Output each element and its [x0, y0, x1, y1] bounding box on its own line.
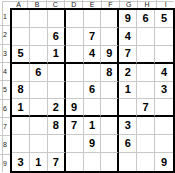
cell-H8[interactable]: [137, 135, 155, 153]
cell-B1[interactable]: [30, 10, 48, 28]
cell-B8[interactable]: [30, 135, 48, 153]
cell-A5[interactable]: 8: [12, 82, 30, 100]
cell-G1[interactable]: 9: [119, 10, 137, 28]
cell-B9[interactable]: 1: [30, 153, 48, 171]
cell-C1[interactable]: [48, 10, 66, 28]
cell-I8[interactable]: [155, 135, 173, 153]
cell-H6[interactable]: 7: [137, 99, 155, 117]
cell-B6[interactable]: [30, 99, 48, 117]
column-headers: ABCDEFGHI: [10, 0, 175, 8]
cell-D9[interactable]: [66, 153, 84, 171]
cell-E7[interactable]: 1: [84, 117, 102, 135]
cell-H1[interactable]: 6: [137, 10, 155, 28]
column-header-G: G: [120, 0, 138, 8]
cell-H7[interactable]: [137, 117, 155, 135]
cell-F7[interactable]: [101, 117, 119, 135]
cell-G4[interactable]: 2: [119, 64, 137, 82]
cell-D6[interactable]: 9: [66, 99, 84, 117]
cell-A7[interactable]: [12, 117, 30, 135]
cell-C4[interactable]: [48, 64, 66, 82]
cell-A4[interactable]: [12, 64, 30, 82]
column-header-F: F: [102, 0, 120, 8]
cell-F2[interactable]: [101, 28, 119, 46]
row-header-3: 3: [0, 45, 10, 63]
cell-A2[interactable]: [12, 28, 30, 46]
cell-E9[interactable]: [84, 153, 102, 171]
cell-C5[interactable]: [48, 82, 66, 100]
cell-G6[interactable]: [119, 99, 137, 117]
cell-H4[interactable]: [137, 64, 155, 82]
cell-C8[interactable]: [48, 135, 66, 153]
cell-F6[interactable]: [101, 99, 119, 117]
cell-I3[interactable]: [155, 46, 173, 64]
cell-D5[interactable]: [66, 82, 84, 100]
cell-A3[interactable]: 5: [12, 46, 30, 64]
cell-C3[interactable]: 1: [48, 46, 66, 64]
cell-E6[interactable]: [84, 99, 102, 117]
row-header-1: 1: [0, 8, 10, 26]
cell-B4[interactable]: 6: [30, 64, 48, 82]
cell-G5[interactable]: 1: [119, 82, 137, 100]
cell-H9[interactable]: [137, 153, 155, 171]
cell-I5[interactable]: 3: [155, 82, 173, 100]
cell-I7[interactable]: [155, 117, 173, 135]
cell-I2[interactable]: [155, 28, 173, 46]
cell-C6[interactable]: 2: [48, 99, 66, 117]
cell-H5[interactable]: [137, 82, 155, 100]
cell-A9[interactable]: 3: [12, 153, 30, 171]
cell-E3[interactable]: 4: [84, 46, 102, 64]
cell-F1[interactable]: [101, 10, 119, 28]
cell-A8[interactable]: [12, 135, 30, 153]
cell-C9[interactable]: 7: [48, 153, 66, 171]
cell-E8[interactable]: 9: [84, 135, 102, 153]
cell-D3[interactable]: [66, 46, 84, 64]
cell-I6[interactable]: [155, 99, 173, 117]
row-header-6: 6: [0, 100, 10, 118]
cell-E1[interactable]: [84, 10, 102, 28]
sudoku-board: 965674514976824861312978713963179: [10, 8, 175, 173]
cell-G8[interactable]: 6: [119, 135, 137, 153]
cell-F4[interactable]: 8: [101, 64, 119, 82]
cell-E2[interactable]: 7: [84, 28, 102, 46]
cell-I4[interactable]: 4: [155, 64, 173, 82]
cell-D2[interactable]: [66, 28, 84, 46]
cell-C7[interactable]: 8: [48, 117, 66, 135]
cell-G9[interactable]: [119, 153, 137, 171]
column-header-I: I: [157, 0, 175, 8]
cell-B5[interactable]: [30, 82, 48, 100]
row-header-9: 9: [0, 155, 10, 173]
cell-A1[interactable]: [12, 10, 30, 28]
cell-A6[interactable]: 1: [12, 99, 30, 117]
row-header-7: 7: [0, 118, 10, 136]
cell-E5[interactable]: 6: [84, 82, 102, 100]
row-header-5: 5: [0, 81, 10, 99]
column-header-A: A: [10, 0, 28, 8]
cell-D4[interactable]: [66, 64, 84, 82]
cell-F3[interactable]: 9: [101, 46, 119, 64]
cell-I1[interactable]: 5: [155, 10, 173, 28]
column-header-E: E: [83, 0, 101, 8]
row-header-8: 8: [0, 136, 10, 154]
cell-G7[interactable]: 3: [119, 117, 137, 135]
cell-D8[interactable]: [66, 135, 84, 153]
cell-H3[interactable]: [137, 46, 155, 64]
cell-I9[interactable]: 9: [155, 153, 173, 171]
cell-C2[interactable]: 6: [48, 28, 66, 46]
row-header-4: 4: [0, 63, 10, 81]
column-header-H: H: [138, 0, 156, 8]
cell-B3[interactable]: [30, 46, 48, 64]
cell-F8[interactable]: [101, 135, 119, 153]
column-header-D: D: [65, 0, 83, 8]
cell-D7[interactable]: 7: [66, 117, 84, 135]
sudoku-widget: ABCDEFGHI 123456789 96567451497682486131…: [0, 0, 175, 173]
cell-G3[interactable]: 7: [119, 46, 137, 64]
cell-B7[interactable]: [30, 117, 48, 135]
cell-F5[interactable]: [101, 82, 119, 100]
row-header-2: 2: [0, 26, 10, 44]
cell-B2[interactable]: [30, 28, 48, 46]
cell-H2[interactable]: [137, 28, 155, 46]
cell-G2[interactable]: 4: [119, 28, 137, 46]
row-headers: 123456789: [0, 8, 10, 173]
cell-E4[interactable]: [84, 64, 102, 82]
column-header-B: B: [28, 0, 46, 8]
cell-F9[interactable]: [101, 153, 119, 171]
cell-D1[interactable]: [66, 10, 84, 28]
column-header-C: C: [47, 0, 65, 8]
